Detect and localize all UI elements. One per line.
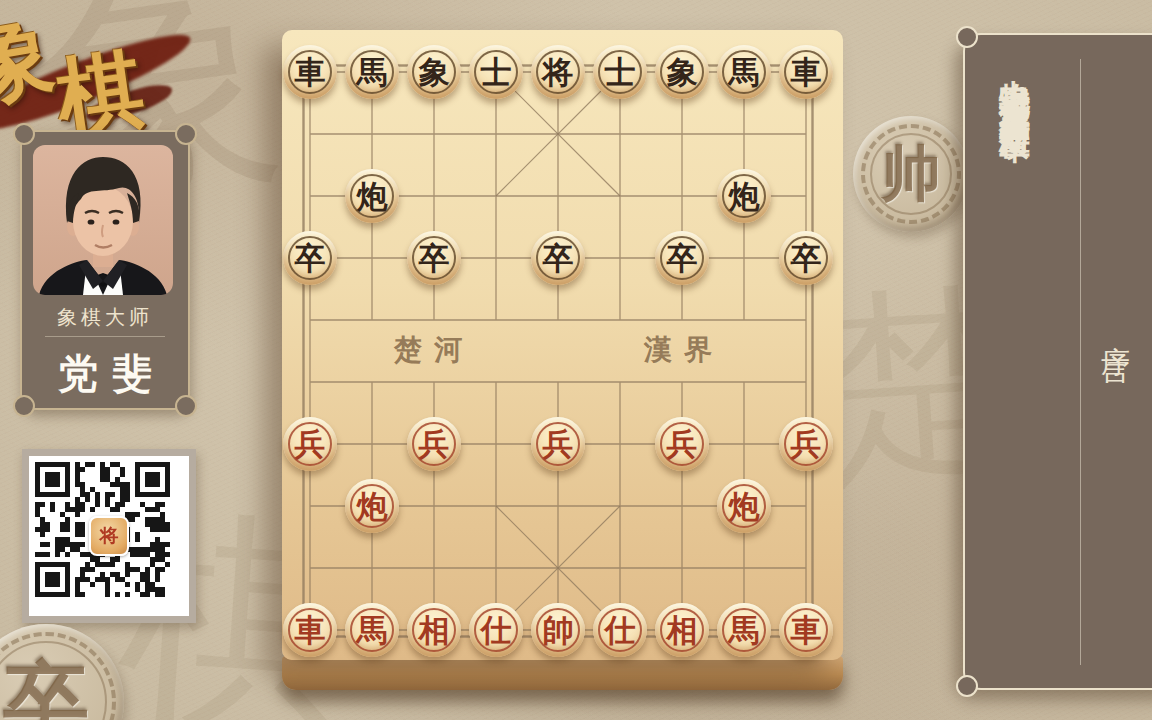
piece-glyph: 卒	[791, 243, 822, 274]
piece-black-n[interactable]: 馬	[345, 45, 399, 99]
xiangqi-board[interactable]: 楚河 漢界 車馬象士将士象馬車炮炮卒卒卒卒卒兵兵兵兵兵炮炮車馬相仕帥仕相馬車	[282, 30, 843, 660]
piece-red-r[interactable]: 車	[779, 603, 833, 657]
piece-glyph: 象	[419, 57, 450, 88]
corner-ornament	[13, 123, 35, 145]
piece-black-p[interactable]: 卒	[531, 231, 585, 285]
qr-center-app-icon: 将	[89, 516, 129, 556]
piece-black-a[interactable]: 士	[593, 45, 647, 99]
board-front-edge	[282, 656, 843, 690]
piece-red-a[interactable]: 仕	[469, 603, 523, 657]
piece-black-c[interactable]: 炮	[345, 169, 399, 223]
piece-red-b[interactable]: 相	[655, 603, 709, 657]
piece-black-p[interactable]: 卒	[655, 231, 709, 285]
master-title: 象棋大师	[22, 304, 188, 331]
piece-black-n[interactable]: 馬	[717, 45, 771, 99]
piece-glyph: 兵	[791, 429, 822, 460]
piece-glyph: 卒	[295, 243, 326, 274]
piece-black-r[interactable]: 車	[779, 45, 833, 99]
piece-glyph: 炮	[729, 491, 760, 522]
piece-black-p[interactable]: 卒	[779, 231, 833, 285]
stone-general-glyph: 帅	[853, 116, 969, 232]
master-portrait	[33, 145, 173, 295]
qr-code: 将	[22, 449, 196, 623]
piece-glyph: 卒	[419, 243, 450, 274]
piece-glyph: 相	[419, 615, 450, 646]
lesson-panel: 中炮进七兵过河车对屏风马左马盘河横车 序言	[963, 33, 1152, 690]
piece-glyph: 卒	[667, 243, 698, 274]
piece-black-c[interactable]: 炮	[717, 169, 771, 223]
piece-red-p[interactable]: 兵	[655, 417, 709, 471]
card-divider	[45, 336, 165, 337]
river-label-chuhe: 楚河	[393, 334, 474, 365]
piece-glyph: 兵	[419, 429, 450, 460]
piece-glyph: 兵	[667, 429, 698, 460]
piece-red-p[interactable]: 兵	[779, 417, 833, 471]
piece-glyph: 兵	[295, 429, 326, 460]
piece-black-b[interactable]: 象	[407, 45, 461, 99]
stone-pawn-glyph: 卒	[0, 624, 124, 720]
piece-red-n[interactable]: 馬	[717, 603, 771, 657]
piece-glyph: 炮	[357, 181, 388, 212]
board-grid: 楚河 漢界	[282, 30, 843, 660]
piece-glyph: 車	[295, 615, 326, 646]
piece-red-a[interactable]: 仕	[593, 603, 647, 657]
panel-divider	[1080, 59, 1081, 665]
piece-glyph: 卒	[543, 243, 574, 274]
piece-glyph: 馬	[357, 57, 388, 88]
piece-black-b[interactable]: 象	[655, 45, 709, 99]
piece-glyph: 士	[605, 57, 636, 88]
piece-red-r[interactable]: 車	[283, 603, 337, 657]
piece-glyph: 将	[543, 57, 574, 88]
corner-ornament	[175, 123, 197, 145]
piece-glyph: 車	[295, 57, 326, 88]
stone-general-decoration: 帅	[853, 116, 969, 232]
piece-glyph: 象	[667, 57, 698, 88]
piece-red-p[interactable]: 兵	[407, 417, 461, 471]
piece-glyph: 士	[481, 57, 512, 88]
piece-glyph: 馬	[729, 615, 760, 646]
piece-glyph: 車	[791, 57, 822, 88]
master-name: 党斐	[22, 346, 188, 401]
piece-glyph: 仕	[481, 615, 512, 646]
piece-glyph: 馬	[729, 57, 760, 88]
piece-glyph: 相	[667, 615, 698, 646]
piece-black-r[interactable]: 車	[283, 45, 337, 99]
corner-ornament	[956, 26, 978, 48]
piece-red-n[interactable]: 馬	[345, 603, 399, 657]
piece-black-p[interactable]: 卒	[283, 231, 337, 285]
piece-red-p[interactable]: 兵	[283, 417, 337, 471]
lesson-title: 中炮进七兵过河车对屏风马左马盘河横车	[993, 55, 1035, 671]
piece-red-k[interactable]: 帥	[531, 603, 585, 657]
piece-glyph: 兵	[543, 429, 574, 460]
piece-glyph: 炮	[729, 181, 760, 212]
piece-black-a[interactable]: 士	[469, 45, 523, 99]
piece-red-c[interactable]: 炮	[345, 479, 399, 533]
river-label-hanjie: 漢界	[643, 334, 724, 365]
master-card: 象棋大师 党斐	[20, 130, 190, 410]
piece-black-p[interactable]: 卒	[407, 231, 461, 285]
piece-red-c[interactable]: 炮	[717, 479, 771, 533]
piece-glyph: 炮	[357, 491, 388, 522]
corner-ornament	[956, 675, 978, 697]
piece-glyph: 車	[791, 615, 822, 646]
stone-pawn-decoration: 卒	[0, 624, 124, 720]
piece-glyph: 仕	[605, 615, 636, 646]
piece-red-b[interactable]: 相	[407, 603, 461, 657]
piece-glyph: 馬	[357, 615, 388, 646]
lesson-section-label: 序言	[1096, 322, 1136, 338]
piece-glyph: 帥	[543, 615, 574, 646]
piece-red-p[interactable]: 兵	[531, 417, 585, 471]
piece-black-k[interactable]: 将	[531, 45, 585, 99]
